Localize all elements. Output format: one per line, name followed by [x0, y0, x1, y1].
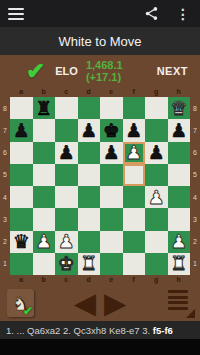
square-a3[interactable]	[10, 208, 33, 230]
coordinate-label: 7	[190, 127, 200, 134]
square-c1[interactable]: ♚	[55, 253, 78, 275]
black-pawn-c6: ♟	[58, 143, 75, 162]
square-b2[interactable]: ♟	[33, 231, 56, 253]
move-list-last-move: f5-f6	[153, 325, 173, 336]
coordinate-label: 4	[190, 194, 200, 201]
square-d1[interactable]: ♜	[78, 253, 101, 275]
square-a1[interactable]	[10, 253, 33, 275]
status-row: ✔ ELO 1,468.1 (+17.1) NEXT	[0, 55, 200, 87]
square-g8[interactable]	[145, 97, 168, 119]
playback-controls: ♞ ✔ ◀ ▶	[0, 285, 200, 321]
coordinate-label: 2	[0, 238, 10, 245]
square-b3[interactable]	[33, 208, 56, 230]
square-f3[interactable]	[123, 208, 146, 230]
resize-triangle-icon	[186, 309, 195, 318]
file-labels-bottom: abcdefgh	[10, 275, 190, 285]
square-g2[interactable]	[145, 231, 168, 253]
coordinate-label: 3	[0, 216, 10, 223]
square-f5[interactable]	[123, 164, 146, 186]
coordinate-label: h	[168, 87, 191, 97]
chess-board-area: abcdefgh 87654321 ♜♛♟♟♚♟♟♟♟♟♟♟♛♟♟♟♚♜♜ 87…	[0, 87, 200, 285]
white-pawn-h2: ♟	[170, 232, 187, 251]
square-c6[interactable]: ♟	[55, 142, 78, 164]
rank-labels-right: 87654321	[190, 97, 200, 275]
square-d8[interactable]	[78, 97, 101, 119]
coordinate-label: 1	[0, 260, 10, 267]
white-rook-h1: ♜	[170, 254, 187, 273]
black-pawn-e6: ♟	[103, 143, 120, 162]
black-pawn-h7: ♟	[170, 121, 187, 140]
square-b8[interactable]: ♜	[33, 97, 56, 119]
next-button[interactable]: NEXT	[155, 61, 190, 81]
top-app-bar: ⋮	[0, 0, 200, 27]
square-g5[interactable]	[145, 164, 168, 186]
square-b4[interactable]	[33, 186, 56, 208]
square-g1[interactable]	[145, 253, 168, 275]
square-d5[interactable]	[78, 164, 101, 186]
black-pawn-g6: ♟	[148, 143, 165, 162]
file-labels-top: abcdefgh	[10, 87, 190, 97]
square-c4[interactable]	[55, 186, 78, 208]
coordinate-label: h	[168, 275, 191, 285]
coordinate-label: e	[100, 87, 123, 97]
square-h8[interactable]: ♛	[168, 97, 191, 119]
square-a7[interactable]: ♟	[10, 119, 33, 141]
coordinate-label: d	[78, 275, 101, 285]
coordinate-label: 8	[0, 105, 10, 112]
coordinate-label: 4	[0, 194, 10, 201]
coordinate-label: 5	[190, 171, 200, 178]
coordinate-label: g	[145, 275, 168, 285]
hamburger-menu-icon[interactable]	[8, 8, 24, 20]
square-h1[interactable]: ♜	[168, 253, 191, 275]
square-b1[interactable]	[33, 253, 56, 275]
next-move-button[interactable]: ▶	[100, 289, 130, 318]
square-f7[interactable]: ♟	[123, 119, 146, 141]
coordinate-label: b	[33, 87, 56, 97]
square-d4[interactable]	[78, 186, 101, 208]
square-e8[interactable]	[100, 97, 123, 119]
square-g3[interactable]	[145, 208, 168, 230]
coordinate-label: a	[10, 87, 33, 97]
white-pawn-f6: ♟	[125, 143, 142, 162]
square-c7[interactable]	[55, 119, 78, 141]
square-e5[interactable]	[100, 164, 123, 186]
coordinate-label: c	[55, 275, 78, 285]
white-rook-d1: ♜	[80, 254, 97, 273]
square-h2[interactable]: ♟	[168, 231, 191, 253]
white-pawn-c2: ♟	[58, 232, 75, 251]
coordinate-label: f	[123, 87, 146, 97]
app-screen: ⋮ White to Move ✔ ELO 1,468.1 (+17.1) NE…	[0, 0, 200, 355]
square-e1[interactable]	[100, 253, 123, 275]
square-c3[interactable]	[55, 208, 78, 230]
square-g4[interactable]: ♟	[145, 186, 168, 208]
coordinate-label: b	[33, 275, 56, 285]
coordinate-label: c	[55, 87, 78, 97]
page-title: White to Move	[58, 34, 141, 49]
square-h6[interactable]	[168, 142, 191, 164]
elo-value: 1,468.1 (+17.1)	[86, 59, 155, 83]
white-pawn-b2: ♟	[35, 232, 52, 251]
solved-checkmark-icon: ✔	[26, 60, 45, 83]
square-f8[interactable]	[123, 97, 146, 119]
square-d6[interactable]	[78, 142, 101, 164]
coordinate-label: g	[145, 87, 168, 97]
square-c2[interactable]: ♟	[55, 231, 78, 253]
square-h3[interactable]	[168, 208, 191, 230]
square-f1[interactable]	[123, 253, 146, 275]
bottom-navigation-strip	[0, 339, 200, 355]
square-e2[interactable]	[100, 231, 123, 253]
square-d2[interactable]	[78, 231, 101, 253]
square-e4[interactable]	[100, 186, 123, 208]
black-queen-a2: ♛	[13, 232, 30, 251]
square-e3[interactable]	[100, 208, 123, 230]
chess-board: ♜♛♟♟♚♟♟♟♟♟♟♟♛♟♟♟♚♜♜	[10, 97, 190, 275]
square-a5[interactable]	[10, 164, 33, 186]
coordinate-label: 1	[190, 260, 200, 267]
coordinate-label: e	[100, 275, 123, 285]
black-rook-b8: ♜	[35, 99, 52, 118]
overflow-menu-icon[interactable]: ⋮	[174, 7, 192, 21]
square-f6[interactable]: ♟	[123, 142, 146, 164]
coordinate-label: 6	[0, 149, 10, 156]
square-g7[interactable]	[145, 119, 168, 141]
move-list-toggle-button[interactable]	[168, 290, 192, 316]
square-h5[interactable]	[168, 164, 191, 186]
square-f4[interactable]	[123, 186, 146, 208]
square-a8[interactable]	[10, 97, 33, 119]
coordinate-label: 2	[190, 238, 200, 245]
square-e6[interactable]: ♟	[100, 142, 123, 164]
square-h7[interactable]: ♟	[168, 119, 191, 141]
coordinate-label: d	[78, 87, 101, 97]
square-c5[interactable]	[55, 164, 78, 186]
square-b6[interactable]	[33, 142, 56, 164]
square-a6[interactable]	[10, 142, 33, 164]
square-a2[interactable]: ♛	[10, 231, 33, 253]
rank-labels-left: 87654321	[0, 97, 10, 275]
previous-move-button[interactable]: ◀	[70, 289, 100, 318]
review-puzzle-button[interactable]: ♞ ✔	[7, 289, 34, 317]
white-queen-h8: ♛	[170, 99, 187, 118]
elo-label: ELO	[55, 65, 78, 77]
black-pawn-f7: ♟	[125, 121, 142, 140]
square-d7[interactable]: ♟	[78, 119, 101, 141]
white-king-c1: ♚	[58, 254, 75, 273]
title-bar: White to Move	[0, 27, 200, 55]
mini-checkmark-icon: ✔	[23, 304, 33, 318]
square-h4[interactable]	[168, 186, 191, 208]
square-d3[interactable]	[78, 208, 101, 230]
white-pawn-g4: ♟	[148, 188, 165, 207]
black-pawn-d7: ♟	[80, 121, 97, 140]
share-icon[interactable]	[143, 5, 160, 22]
move-list-text: 1. ... Qa6xa2 2. Qc3xh8 Ke8-e7 3.	[6, 325, 153, 336]
coordinate-label: 7	[0, 127, 10, 134]
square-b5[interactable]	[33, 164, 56, 186]
coordinate-label: a	[10, 275, 33, 285]
square-b7[interactable]	[33, 119, 56, 141]
square-c8[interactable]	[55, 97, 78, 119]
square-f2[interactable]	[123, 231, 146, 253]
coordinate-label: 5	[0, 171, 10, 178]
black-king-e7: ♚	[103, 121, 120, 140]
square-a4[interactable]	[10, 186, 33, 208]
square-e7[interactable]: ♚	[100, 119, 123, 141]
black-pawn-a7: ♟	[13, 121, 30, 140]
square-g6[interactable]: ♟	[145, 142, 168, 164]
coordinate-label: f	[123, 275, 146, 285]
coordinate-label: 3	[190, 216, 200, 223]
coordinate-label: 6	[190, 149, 200, 156]
move-list-bar[interactable]: 1. ... Qa6xa2 2. Qc3xh8 Ke8-e7 3. f5-f6	[0, 321, 200, 339]
coordinate-label: 8	[190, 105, 200, 112]
